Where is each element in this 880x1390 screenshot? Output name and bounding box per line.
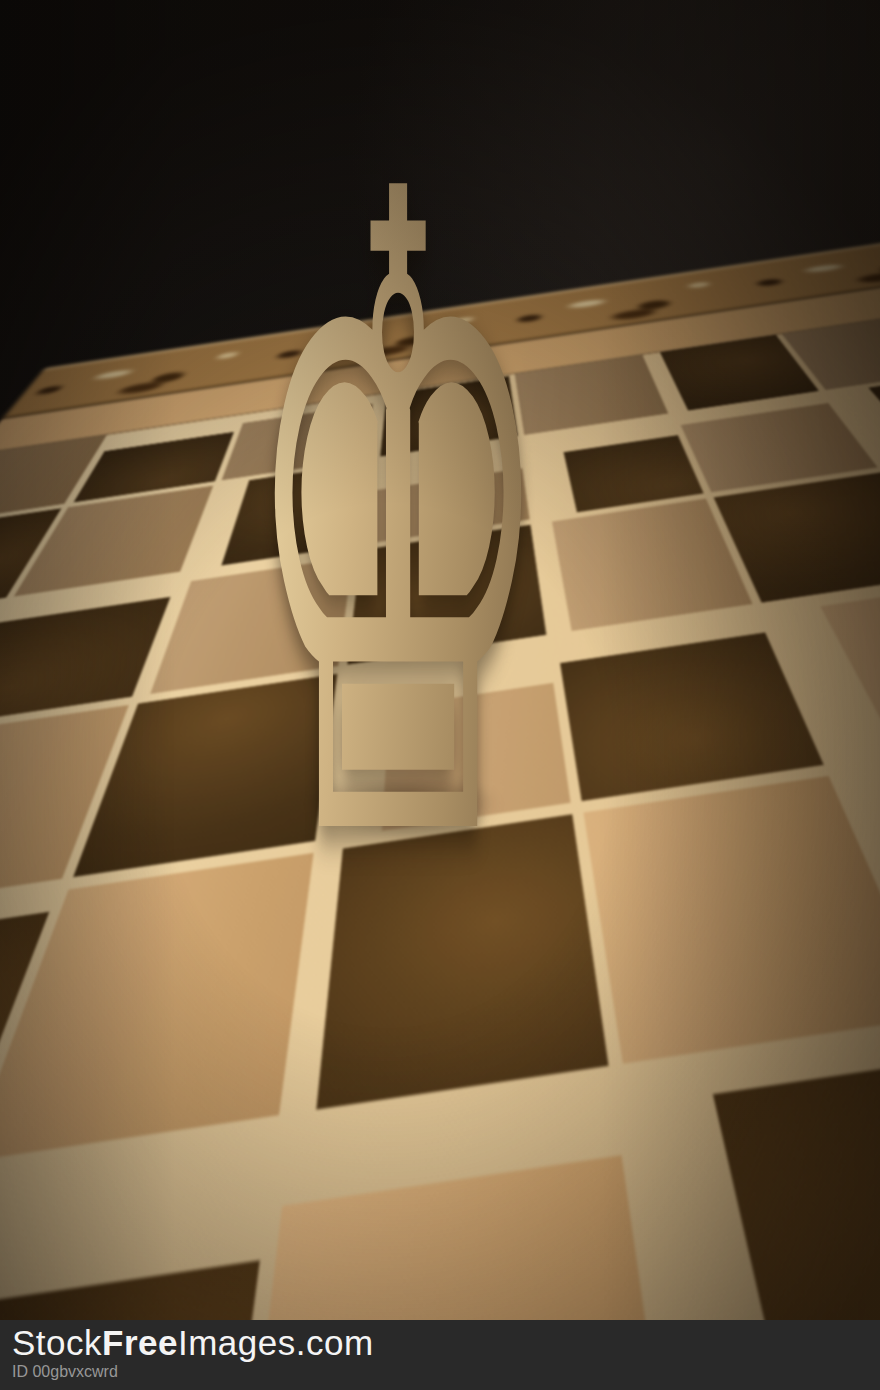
watermark-brand: StockFreeImages.com (12, 1324, 880, 1363)
board-square-light (582, 775, 880, 1064)
board-square-dark (0, 1135, 277, 1320)
watermark-brand-images: Images.com (178, 1323, 374, 1362)
watermark-brand-stock: Stock (12, 1323, 102, 1362)
board-square-dark (625, 1036, 880, 1320)
watermark-image-id: ID 00gbvxcwrd (12, 1363, 880, 1381)
watermark-brand-free: Free (102, 1323, 178, 1362)
watermark-bar: StockFreeImages.com ID 00gbvxcwrd (0, 1320, 880, 1390)
piece-white-king: ♚ (240, 82, 556, 962)
board-square-light (537, 499, 751, 633)
photo-area: ♚ (0, 0, 880, 1320)
board-square-light (234, 1086, 676, 1320)
